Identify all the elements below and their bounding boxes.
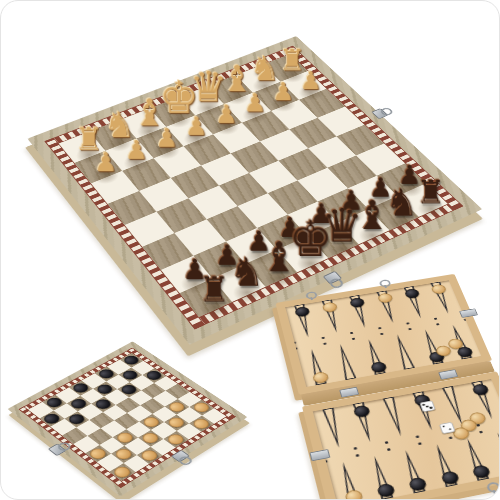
backgammon-checker-black[interactable] — [472, 383, 491, 396]
backgammon-checker-black[interactable] — [404, 288, 421, 299]
hinge-plate-icon — [438, 369, 458, 380]
die-pip — [448, 428, 451, 430]
backgammon-case-lid — [275, 274, 492, 395]
metal-clasp-icon — [371, 108, 388, 119]
backgammon-case — [275, 274, 500, 500]
backgammon-point[interactable] — [351, 402, 377, 443]
die-pip — [422, 404, 425, 406]
drilled-dots — [323, 416, 500, 465]
backgammon-checker-black[interactable] — [353, 404, 371, 418]
backgammon-point[interactable] — [334, 343, 358, 380]
backgammon-scene — [289, 235, 500, 500]
latch-plate-icon — [459, 308, 478, 318]
backgammon-checker-natural[interactable] — [460, 419, 479, 433]
eye-hook-icon — [379, 279, 392, 288]
backgammon-checker-black[interactable] — [413, 394, 432, 407]
die-pip — [429, 407, 432, 409]
backgammon-point[interactable] — [460, 437, 490, 481]
backgammon-point[interactable] — [321, 407, 346, 449]
backgammon-point[interactable] — [399, 449, 428, 494]
die-pip — [426, 405, 429, 407]
die-showing-2[interactable] — [438, 422, 455, 434]
backgammon-checker-natural[interactable] — [312, 371, 330, 384]
backgammon-point[interactable] — [391, 333, 417, 370]
backgammon-checker-black[interactable] — [440, 470, 460, 485]
latch-plate-icon — [309, 449, 330, 461]
checker-tan[interactable] — [114, 430, 136, 444]
backgammon-point[interactable] — [367, 455, 395, 500]
eye-hook-icon — [305, 291, 318, 300]
backgammon-checker-black[interactable] — [376, 483, 396, 499]
backgammon-checker-black[interactable] — [408, 476, 428, 492]
chess-piece-white-pawn[interactable]: ♟ — [85, 117, 125, 175]
backgammon-point[interactable] — [335, 461, 362, 500]
backgammon-point[interactable] — [470, 380, 499, 420]
backgammon-checker-black[interactable] — [294, 306, 310, 317]
backgammon-checker-natural[interactable] — [468, 411, 487, 425]
checkers-square[interactable] — [139, 414, 164, 430]
backgammon-checker-natural[interactable] — [344, 489, 364, 500]
product-photo-3in1-game-set: ♜♞♝♛♚♝♞♜♟♟♟♟♟♟♟♟♟♟♟♟♟♟♟♟♜♞♝♛♚♝♞♜ — [0, 0, 500, 500]
backgammon-point[interactable] — [430, 443, 459, 488]
backgammon-checker-black[interactable] — [349, 297, 366, 308]
backgammon-point[interactable] — [491, 431, 500, 475]
die-pip — [442, 425, 445, 427]
checkers-scene — [0, 253, 287, 500]
backgammon-checker-natural[interactable] — [451, 426, 470, 440]
backgammon-point[interactable] — [411, 391, 439, 432]
backgammon-checker-natural[interactable] — [322, 301, 339, 312]
backgammon-point[interactable] — [381, 396, 408, 437]
backgammon-point[interactable] — [441, 386, 469, 426]
checkers-board — [7, 341, 247, 496]
checkers-grid — [28, 353, 226, 481]
backgammon-lid-tray — [285, 280, 481, 387]
backgammon-checker-black[interactable] — [370, 361, 388, 374]
die-showing-3[interactable] — [419, 400, 435, 412]
backgammon-checker-black[interactable] — [471, 464, 491, 479]
hook-latch-icon — [485, 481, 500, 493]
backgammon-checker-natural[interactable] — [431, 284, 448, 295]
checker-tan[interactable] — [141, 415, 162, 429]
backgammon-checker-natural[interactable] — [377, 292, 394, 303]
